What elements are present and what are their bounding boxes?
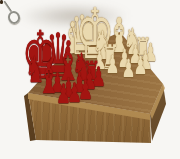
- red-pawn-piece: ♟: [66, 79, 83, 106]
- red-queen-piece: ♛: [39, 25, 76, 85]
- red-bishop-piece: ♝: [54, 41, 83, 87]
- chess-set-photo: ♜♚♛♝♞♞♜♝♟♟♟♟♟♟♟♟♝♝♛♞♚♞♜♟♟♟♜♟♟♟♟♟ Antique…: [0, 0, 180, 159]
- red-knight-piece: ♞: [70, 48, 94, 86]
- natural-bishop-piece: ♝: [104, 11, 134, 59]
- red-pawn-piece: ♟: [71, 69, 88, 96]
- natural-queen-piece: ♛: [65, 9, 98, 63]
- natural-pawn-piece: ♟: [116, 46, 132, 71]
- natural-pawn-piece: ♟: [137, 48, 153, 73]
- red-bishop-piece: ♝: [36, 58, 62, 100]
- box-key: [0, 0, 20, 22]
- natural-pawn-piece: ♟: [91, 48, 107, 73]
- natural-king-piece: ♚: [73, 0, 116, 69]
- pieces-layer: ♜♚♛♝♞♞♜♝♟♟♟♟♟♟♟♟♝♝♛♞♚♞♜♟♟♟♜♟♟♟♟♟: [0, 0, 180, 159]
- natural-rook-piece: ♜: [99, 40, 120, 74]
- natural-pawn-piece: ♟: [142, 40, 158, 65]
- red-king-piece: ♚: [20, 23, 61, 89]
- natural-knight-piece: ♞: [122, 24, 144, 60]
- natural-rook-piece: ♜: [134, 34, 153, 64]
- red-pawn-piece: ♟: [60, 74, 77, 101]
- natural-pawn-piece: ♟: [127, 42, 143, 67]
- red-knight-piece: ♞: [24, 52, 46, 88]
- red-rook-piece: ♜: [37, 41, 56, 71]
- red-pawn-piece: ♟: [77, 76, 94, 103]
- natural-knight-piece: ♞: [91, 25, 116, 65]
- natural-pawn-piece: ♟: [132, 53, 148, 78]
- red-pawn-piece: ♟: [49, 69, 66, 96]
- natural-bishop-piece: ♝: [59, 16, 86, 60]
- red-rook-piece: ♜: [82, 57, 102, 89]
- red-pawn-piece: ♟: [90, 63, 107, 90]
- red-pawn-piece: ♟: [81, 66, 98, 93]
- red-pawn-piece: ♟: [55, 80, 72, 107]
- natural-pawn-piece: ♟: [104, 52, 120, 77]
- natural-pawn-piece: ♟: [120, 56, 136, 81]
